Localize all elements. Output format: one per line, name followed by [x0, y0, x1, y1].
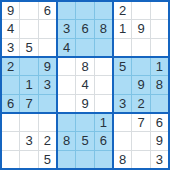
cell-r2c2[interactable]	[20, 20, 37, 37]
cell-r5c1[interactable]	[2, 76, 19, 93]
cell-r3c8[interactable]	[132, 39, 149, 56]
cell-r2c9[interactable]	[151, 20, 168, 37]
sudoku-board: 964353684219291367849519832325185676983	[0, 0, 170, 170]
cell-r8c9[interactable]: 9	[151, 132, 168, 149]
cell-r1c6[interactable]	[95, 2, 112, 19]
box-r3c3: 76983	[114, 114, 168, 168]
box-r2c3: 519832	[114, 58, 168, 112]
box-r1c2: 3684	[58, 2, 112, 56]
cell-r7c6[interactable]: 1	[95, 114, 112, 131]
cell-r3c4[interactable]: 4	[58, 39, 75, 56]
cell-r7c4[interactable]	[58, 114, 75, 131]
cell-r6c7[interactable]: 3	[114, 95, 131, 112]
cell-r7c9[interactable]: 6	[151, 114, 168, 131]
cell-r3c5[interactable]	[76, 39, 93, 56]
cell-r4c8[interactable]	[132, 58, 149, 75]
cell-r7c8[interactable]: 7	[132, 114, 149, 131]
cell-r8c2[interactable]: 3	[20, 132, 37, 149]
cell-r1c1[interactable]: 9	[2, 2, 19, 19]
cell-r4c1[interactable]: 2	[2, 58, 19, 75]
cell-r5c6[interactable]	[95, 76, 112, 93]
cell-r7c7[interactable]	[114, 114, 131, 131]
cell-r5c9[interactable]: 8	[151, 76, 168, 93]
cell-r4c4[interactable]	[58, 58, 75, 75]
cell-r4c2[interactable]	[20, 58, 37, 75]
cell-r3c6[interactable]	[95, 39, 112, 56]
cell-r2c3[interactable]	[39, 20, 56, 37]
cell-r8c4[interactable]: 8	[58, 132, 75, 149]
cell-r1c2[interactable]	[20, 2, 37, 19]
cell-r9c3[interactable]: 5	[39, 151, 56, 168]
cell-r8c3[interactable]: 2	[39, 132, 56, 149]
cell-r1c3[interactable]: 6	[39, 2, 56, 19]
cell-r9c1[interactable]	[2, 151, 19, 168]
cell-r1c9[interactable]	[151, 2, 168, 19]
box-r2c2: 849	[58, 58, 112, 112]
cell-r7c5[interactable]	[76, 114, 93, 131]
cell-r9c6[interactable]	[95, 151, 112, 168]
box-r2c1: 291367	[2, 58, 56, 112]
cell-r5c7[interactable]	[114, 76, 131, 93]
box-r1c1: 96435	[2, 2, 56, 56]
cell-r8c8[interactable]	[132, 132, 149, 149]
cell-r4c3[interactable]: 9	[39, 58, 56, 75]
cell-r2c1[interactable]: 4	[2, 20, 19, 37]
cell-r6c8[interactable]: 2	[132, 95, 149, 112]
cell-r8c5[interactable]: 5	[76, 132, 93, 149]
cell-r4c5[interactable]: 8	[76, 58, 93, 75]
cell-r7c1[interactable]	[2, 114, 19, 131]
cell-r5c3[interactable]: 3	[39, 76, 56, 93]
cell-r5c5[interactable]: 4	[76, 76, 93, 93]
cell-r3c7[interactable]	[114, 39, 131, 56]
cell-r2c7[interactable]: 1	[114, 20, 131, 37]
cell-r2c5[interactable]: 6	[76, 20, 93, 37]
cell-r6c4[interactable]	[58, 95, 75, 112]
cell-r8c6[interactable]: 6	[95, 132, 112, 149]
cell-r8c1[interactable]	[2, 132, 19, 149]
cell-r6c5[interactable]: 9	[76, 95, 93, 112]
cell-r6c9[interactable]	[151, 95, 168, 112]
cell-r3c3[interactable]	[39, 39, 56, 56]
cell-r7c3[interactable]	[39, 114, 56, 131]
cell-r1c4[interactable]	[58, 2, 75, 19]
cell-r2c6[interactable]: 8	[95, 20, 112, 37]
cell-r2c8[interactable]: 9	[132, 20, 149, 37]
cell-r9c2[interactable]	[20, 151, 37, 168]
cell-r5c2[interactable]: 1	[20, 76, 37, 93]
cell-r1c7[interactable]: 2	[114, 2, 131, 19]
cell-r6c2[interactable]: 7	[20, 95, 37, 112]
box-r3c1: 325	[2, 114, 56, 168]
cell-r5c8[interactable]: 9	[132, 76, 149, 93]
cell-r3c9[interactable]	[151, 39, 168, 56]
cell-r6c6[interactable]	[95, 95, 112, 112]
cell-r9c8[interactable]	[132, 151, 149, 168]
cell-r3c1[interactable]: 3	[2, 39, 19, 56]
cell-r6c3[interactable]	[39, 95, 56, 112]
cell-r9c9[interactable]: 3	[151, 151, 168, 168]
cell-r7c2[interactable]	[20, 114, 37, 131]
cell-r4c6[interactable]	[95, 58, 112, 75]
cell-r8c7[interactable]	[114, 132, 131, 149]
cell-r1c8[interactable]	[132, 2, 149, 19]
cell-r6c1[interactable]: 6	[2, 95, 19, 112]
box-r3c2: 1856	[58, 114, 112, 168]
cell-r9c7[interactable]: 8	[114, 151, 131, 168]
box-r1c3: 219	[114, 2, 168, 56]
cell-r4c7[interactable]: 5	[114, 58, 131, 75]
cell-r4c9[interactable]: 1	[151, 58, 168, 75]
cell-r1c5[interactable]	[76, 2, 93, 19]
cell-r3c2[interactable]: 5	[20, 39, 37, 56]
cell-r2c4[interactable]: 3	[58, 20, 75, 37]
cell-r9c5[interactable]	[76, 151, 93, 168]
cell-r5c4[interactable]	[58, 76, 75, 93]
cell-r9c4[interactable]	[58, 151, 75, 168]
